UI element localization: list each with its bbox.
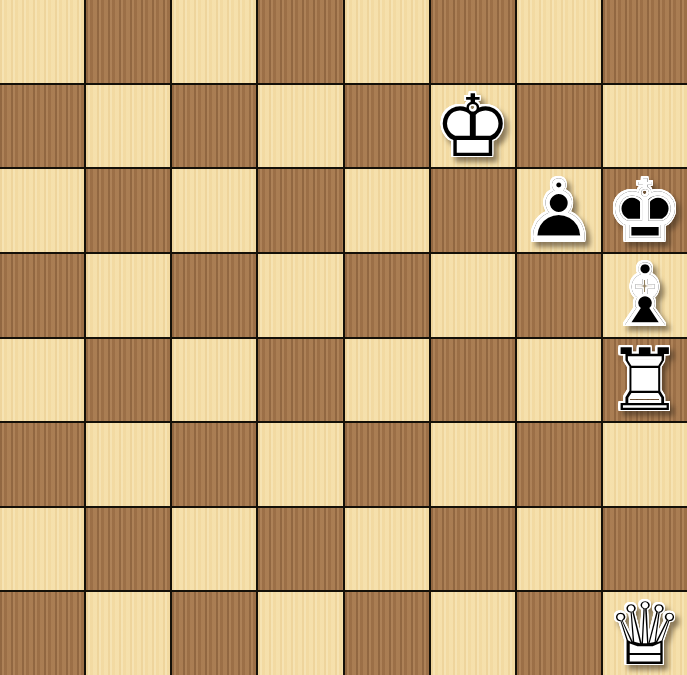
square-f6[interactable] bbox=[431, 169, 515, 252]
square-g1[interactable] bbox=[517, 592, 601, 675]
square-h2[interactable] bbox=[603, 508, 687, 591]
square-a4[interactable] bbox=[0, 339, 84, 422]
square-g5[interactable] bbox=[517, 254, 601, 337]
square-a2[interactable] bbox=[0, 508, 84, 591]
black-king-outline-icon: ♔ bbox=[603, 169, 687, 252]
square-c6[interactable] bbox=[172, 169, 256, 252]
square-a5[interactable] bbox=[0, 254, 84, 337]
square-c1[interactable] bbox=[172, 592, 256, 675]
square-d4[interactable] bbox=[258, 339, 342, 422]
square-h7[interactable] bbox=[603, 85, 687, 168]
square-g7[interactable] bbox=[517, 85, 601, 168]
square-a7[interactable] bbox=[0, 85, 84, 168]
square-h4[interactable]: ♜♖ bbox=[603, 339, 687, 422]
square-a8[interactable] bbox=[0, 0, 84, 83]
white-queen[interactable]: ♛♕ bbox=[603, 592, 687, 675]
square-c5[interactable] bbox=[172, 254, 256, 337]
black-bishop[interactable]: ♝♗ bbox=[603, 254, 687, 337]
square-e6[interactable] bbox=[345, 169, 429, 252]
square-a6[interactable] bbox=[0, 169, 84, 252]
square-h5[interactable]: ♝♗ bbox=[603, 254, 687, 337]
black-king[interactable]: ♚♔ bbox=[603, 169, 687, 252]
black-bishop-outline-icon: ♗ bbox=[603, 254, 687, 337]
white-rook-outline-icon: ♖ bbox=[603, 339, 687, 422]
square-b1[interactable] bbox=[86, 592, 170, 675]
square-d1[interactable] bbox=[258, 592, 342, 675]
square-d6[interactable] bbox=[258, 169, 342, 252]
square-b4[interactable] bbox=[86, 339, 170, 422]
square-b5[interactable] bbox=[86, 254, 170, 337]
black-pawn[interactable]: ♟♙ bbox=[517, 169, 601, 252]
square-e3[interactable] bbox=[345, 423, 429, 506]
white-queen-outline-icon: ♕ bbox=[603, 592, 687, 675]
square-f2[interactable] bbox=[431, 508, 515, 591]
square-g2[interactable] bbox=[517, 508, 601, 591]
square-f3[interactable] bbox=[431, 423, 515, 506]
square-d3[interactable] bbox=[258, 423, 342, 506]
square-c4[interactable] bbox=[172, 339, 256, 422]
square-f5[interactable] bbox=[431, 254, 515, 337]
square-g8[interactable] bbox=[517, 0, 601, 83]
square-c7[interactable] bbox=[172, 85, 256, 168]
square-b6[interactable] bbox=[86, 169, 170, 252]
square-b7[interactable] bbox=[86, 85, 170, 168]
square-g6[interactable]: ♟♙ bbox=[517, 169, 601, 252]
square-c3[interactable] bbox=[172, 423, 256, 506]
square-g3[interactable] bbox=[517, 423, 601, 506]
square-e4[interactable] bbox=[345, 339, 429, 422]
white-rook[interactable]: ♜♖ bbox=[603, 339, 687, 422]
square-e8[interactable] bbox=[345, 0, 429, 83]
square-a1[interactable] bbox=[0, 592, 84, 675]
square-h3[interactable] bbox=[603, 423, 687, 506]
square-c2[interactable] bbox=[172, 508, 256, 591]
square-a3[interactable] bbox=[0, 423, 84, 506]
square-h8[interactable] bbox=[603, 0, 687, 83]
square-d2[interactable] bbox=[258, 508, 342, 591]
square-h6[interactable]: ♚♔ bbox=[603, 169, 687, 252]
square-c8[interactable] bbox=[172, 0, 256, 83]
chess-board: ♚♔♟♙♚♔♝♗♜♖♛♕ bbox=[0, 0, 687, 675]
square-g4[interactable] bbox=[517, 339, 601, 422]
square-f4[interactable] bbox=[431, 339, 515, 422]
square-e1[interactable] bbox=[345, 592, 429, 675]
square-e5[interactable] bbox=[345, 254, 429, 337]
square-e7[interactable] bbox=[345, 85, 429, 168]
square-b8[interactable] bbox=[86, 0, 170, 83]
white-king-outline-icon: ♔ bbox=[431, 85, 515, 168]
square-f7[interactable]: ♚♔ bbox=[431, 85, 515, 168]
white-king[interactable]: ♚♔ bbox=[431, 85, 515, 168]
black-pawn-outline-icon: ♙ bbox=[517, 169, 601, 252]
square-d7[interactable] bbox=[258, 85, 342, 168]
square-d5[interactable] bbox=[258, 254, 342, 337]
square-h1[interactable]: ♛♕ bbox=[603, 592, 687, 675]
square-f8[interactable] bbox=[431, 0, 515, 83]
square-e2[interactable] bbox=[345, 508, 429, 591]
square-b2[interactable] bbox=[86, 508, 170, 591]
square-d8[interactable] bbox=[258, 0, 342, 83]
square-b3[interactable] bbox=[86, 423, 170, 506]
square-f1[interactable] bbox=[431, 592, 515, 675]
